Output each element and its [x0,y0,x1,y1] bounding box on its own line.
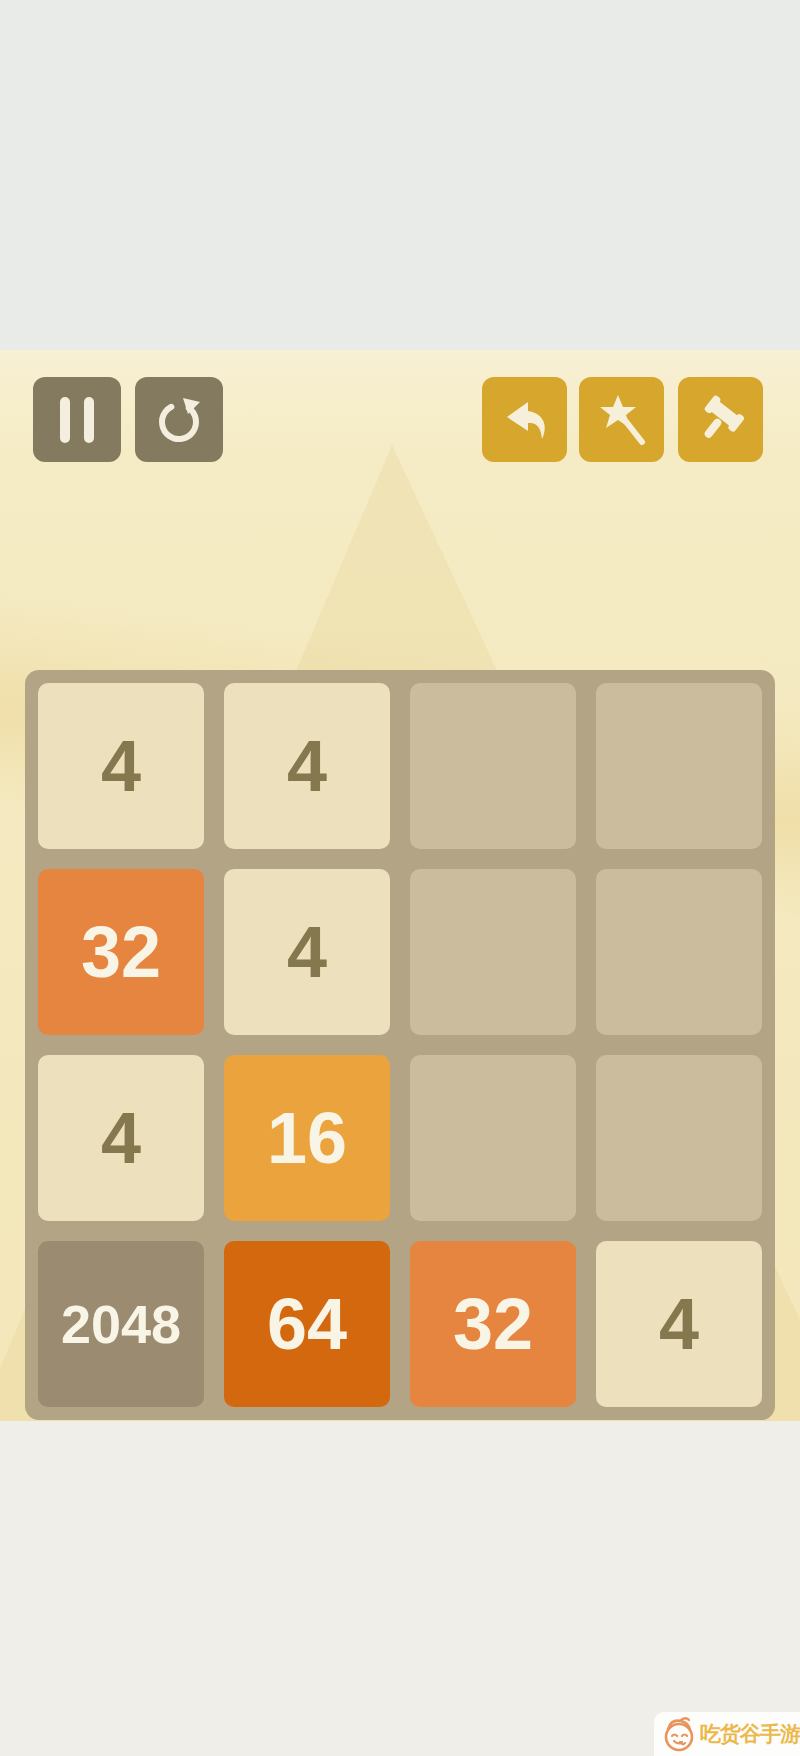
letterbox-top [0,0,800,350]
pause-button[interactable] [33,377,121,462]
toolbar [0,377,800,462]
tile-4: 4 [38,683,204,849]
empty-cell [410,869,576,1035]
watermark-text: 吃货谷手游 [700,1720,800,1748]
tile-4: 4 [224,869,390,1035]
watermark: 吃货谷手游 [654,1712,800,1756]
empty-cell [596,683,762,849]
undo-button[interactable] [482,377,567,462]
tile-32: 32 [410,1241,576,1407]
screen: 44324416204864324 吃货谷手游 [0,0,800,1756]
empty-cell [410,683,576,849]
letterbox-bottom: 吃货谷手游 [0,1421,800,1756]
tile-4: 4 [596,1241,762,1407]
tile-2048: 2048 [38,1241,204,1407]
magic-wand-icon [594,392,650,448]
tile-4: 4 [38,1055,204,1221]
hammer-button[interactable] [678,377,763,462]
board[interactable]: 44324416204864324 [25,670,775,1420]
hammer-icon [693,392,749,448]
tile-64: 64 [224,1241,390,1407]
empty-cell [596,1055,762,1221]
game-area: 44324416204864324 [0,350,800,1421]
cartoon-face-icon [658,1713,700,1755]
restart-icon [152,393,206,447]
tile-4: 4 [224,683,390,849]
restart-button[interactable] [135,377,223,462]
magic-wand-button[interactable] [579,377,664,462]
tile-32: 32 [38,869,204,1035]
tile-16: 16 [224,1055,390,1221]
undo-arrow-icon [499,394,551,446]
empty-cell [596,869,762,1035]
empty-cell [410,1055,576,1221]
pause-icon [60,397,94,443]
